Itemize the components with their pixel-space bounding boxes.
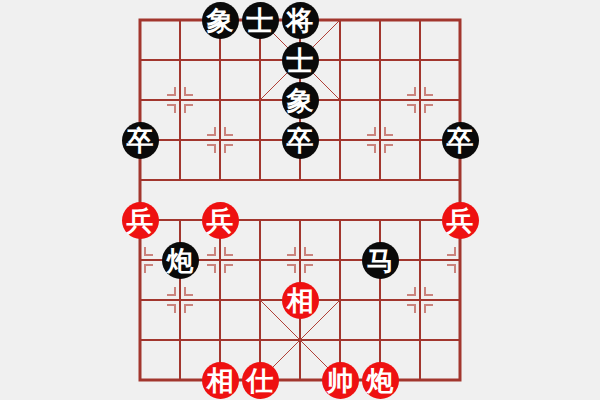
piece-black-soldier[interactable]: 卒 bbox=[440, 120, 480, 160]
piece-red-elephant[interactable]: 相 bbox=[280, 280, 320, 320]
piece-black-horse[interactable]: 马 bbox=[360, 240, 400, 280]
board-grid: 象士将士象卒卒卒兵兵兵炮马相相仕帅炮 bbox=[120, 0, 480, 400]
red-soldier-glyph: 兵 bbox=[202, 202, 239, 239]
piece-black-elephant[interactable]: 象 bbox=[200, 0, 240, 40]
black-advisor-glyph: 士 bbox=[282, 42, 319, 79]
red-soldier-glyph: 兵 bbox=[442, 202, 479, 239]
piece-black-advisor[interactable]: 士 bbox=[240, 0, 280, 40]
piece-red-soldier[interactable]: 兵 bbox=[200, 200, 240, 240]
black-soldier-glyph: 卒 bbox=[442, 122, 479, 159]
piece-black-cannon[interactable]: 炮 bbox=[160, 240, 200, 280]
black-horse-glyph: 马 bbox=[362, 242, 399, 279]
red-soldier-glyph: 兵 bbox=[122, 202, 159, 239]
red-cannon-glyph: 炮 bbox=[362, 362, 399, 399]
piece-red-cannon[interactable]: 炮 bbox=[360, 360, 400, 400]
black-elephant-glyph: 象 bbox=[202, 2, 239, 39]
black-soldier-glyph: 卒 bbox=[122, 122, 159, 159]
red-advisor-glyph: 仕 bbox=[242, 362, 279, 399]
piece-red-soldier[interactable]: 兵 bbox=[120, 200, 160, 240]
black-general-glyph: 将 bbox=[282, 2, 319, 39]
piece-red-soldier[interactable]: 兵 bbox=[440, 200, 480, 240]
red-general-glyph: 帅 bbox=[322, 362, 359, 399]
piece-black-elephant[interactable]: 象 bbox=[280, 80, 320, 120]
black-soldier-glyph: 卒 bbox=[282, 122, 319, 159]
piece-red-general[interactable]: 帅 bbox=[320, 360, 360, 400]
piece-black-general[interactable]: 将 bbox=[280, 0, 320, 40]
piece-red-advisor[interactable]: 仕 bbox=[240, 360, 280, 400]
black-advisor-glyph: 士 bbox=[242, 2, 279, 39]
xiangqi-board: 象士将士象卒卒卒兵兵兵炮马相相仕帅炮 bbox=[0, 0, 600, 400]
piece-black-soldier[interactable]: 卒 bbox=[280, 120, 320, 160]
black-cannon-glyph: 炮 bbox=[162, 242, 199, 279]
black-elephant-glyph: 象 bbox=[282, 82, 319, 119]
piece-black-soldier[interactable]: 卒 bbox=[120, 120, 160, 160]
piece-black-advisor[interactable]: 士 bbox=[280, 40, 320, 80]
piece-red-elephant[interactable]: 相 bbox=[200, 360, 240, 400]
red-elephant-glyph: 相 bbox=[282, 282, 319, 319]
red-elephant-glyph: 相 bbox=[202, 362, 239, 399]
